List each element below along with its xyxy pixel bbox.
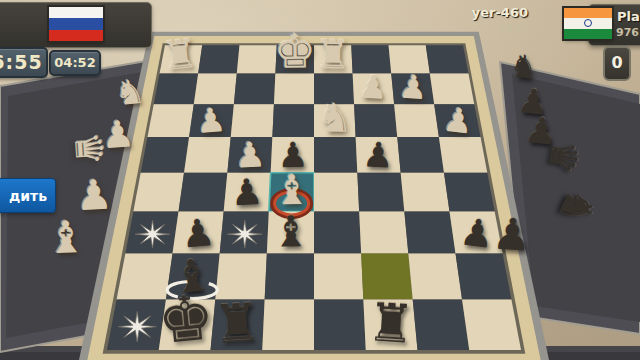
square-h3[interactable] xyxy=(147,104,193,137)
captured-black-queen[interactable]: ♛ xyxy=(541,137,584,177)
main-clock: 6:55 xyxy=(0,47,48,78)
square-g1[interactable] xyxy=(198,45,239,73)
russia-flag-icon xyxy=(49,7,103,41)
square-b7[interactable] xyxy=(408,254,462,300)
piece-white-knight[interactable]: ♞ xyxy=(317,98,353,138)
square-g2[interactable] xyxy=(194,74,237,105)
piece-white-pawn[interactable]: ♟ xyxy=(441,102,474,138)
square-g5[interactable] xyxy=(179,173,228,212)
secondary-clock: 04:52 xyxy=(49,50,101,76)
move-marker-star[interactable] xyxy=(227,220,262,248)
square-c6[interactable] xyxy=(359,211,408,253)
counter-badge: 0 xyxy=(603,46,631,81)
game-screen: ♜♜♚♝♟♝♟♝♟♟♟♟♟♞♟♟♟♜♚♜♞♟♛♟♝♞♟♟♛♞♟ yer-460 … xyxy=(0,0,640,360)
square-b5[interactable] xyxy=(401,173,450,212)
square-e3[interactable] xyxy=(272,104,314,137)
square-b4[interactable] xyxy=(397,137,444,173)
piece-white-rook[interactable]: ♜ xyxy=(315,35,351,75)
square-a1[interactable] xyxy=(426,45,469,73)
square-b3[interactable] xyxy=(394,104,439,137)
square-d4[interactable] xyxy=(314,137,357,173)
square-e8[interactable] xyxy=(262,300,314,350)
square-c5[interactable] xyxy=(357,173,404,212)
square-b8[interactable] xyxy=(413,300,470,350)
captured-black-pawn[interactable]: ♟ xyxy=(491,211,533,257)
square-b6[interactable] xyxy=(404,211,455,253)
piece-white-rook[interactable]: ♜ xyxy=(160,33,199,76)
left-player-rating: 1035 xyxy=(497,23,528,36)
india-flag-icon xyxy=(564,8,612,39)
captured-white-knight[interactable]: ♞ xyxy=(113,74,146,110)
square-c3[interactable] xyxy=(354,104,397,137)
right-player-rating: 976 xyxy=(616,26,639,39)
piece-white-pawn[interactable]: ♟ xyxy=(233,137,266,173)
square-e7[interactable] xyxy=(265,254,314,300)
square-h5[interactable] xyxy=(133,173,184,212)
piece-white-pawn[interactable]: ♟ xyxy=(195,103,227,138)
square-a4[interactable] xyxy=(439,137,487,173)
action-button[interactable]: дить xyxy=(0,178,56,213)
square-a8[interactable] xyxy=(462,300,521,350)
move-marker-star[interactable] xyxy=(118,311,156,342)
piece-white-pawn[interactable]: ♟ xyxy=(398,71,429,105)
square-d5[interactable] xyxy=(314,173,359,212)
piece-white-pawn[interactable]: ♟ xyxy=(358,72,388,105)
square-f3[interactable] xyxy=(231,104,274,137)
captured-white-bishop[interactable]: ♝ xyxy=(46,215,87,260)
piece-black-pawn[interactable]: ♟ xyxy=(230,174,264,212)
square-h2[interactable] xyxy=(154,74,198,105)
square-f1[interactable] xyxy=(237,45,277,73)
piece-black-rook[interactable]: ♜ xyxy=(365,296,415,351)
square-f2[interactable] xyxy=(234,74,276,105)
move-marker-star[interactable] xyxy=(135,220,170,248)
square-d6[interactable] xyxy=(314,211,361,253)
square-h4[interactable] xyxy=(141,137,189,173)
piece-black-bishop[interactable]: ♝ xyxy=(271,210,310,253)
piece-black-king[interactable]: ♚ xyxy=(155,286,217,354)
left-player-name: yer-460 xyxy=(472,5,528,20)
ashoka-chakra-icon xyxy=(584,19,592,27)
square-d7[interactable] xyxy=(314,254,363,300)
piece-black-rook[interactable]: ♜ xyxy=(212,296,262,351)
square-a5[interactable] xyxy=(444,173,495,212)
piece-white-king[interactable]: ♚ xyxy=(274,28,317,76)
right-player-name: Pla xyxy=(617,9,640,24)
square-a7[interactable] xyxy=(455,254,511,300)
square-g4[interactable] xyxy=(184,137,231,173)
square-d8[interactable] xyxy=(314,300,366,350)
piece-black-pawn[interactable]: ♟ xyxy=(362,137,395,173)
captured-white-queen[interactable]: ♛ xyxy=(68,131,108,167)
